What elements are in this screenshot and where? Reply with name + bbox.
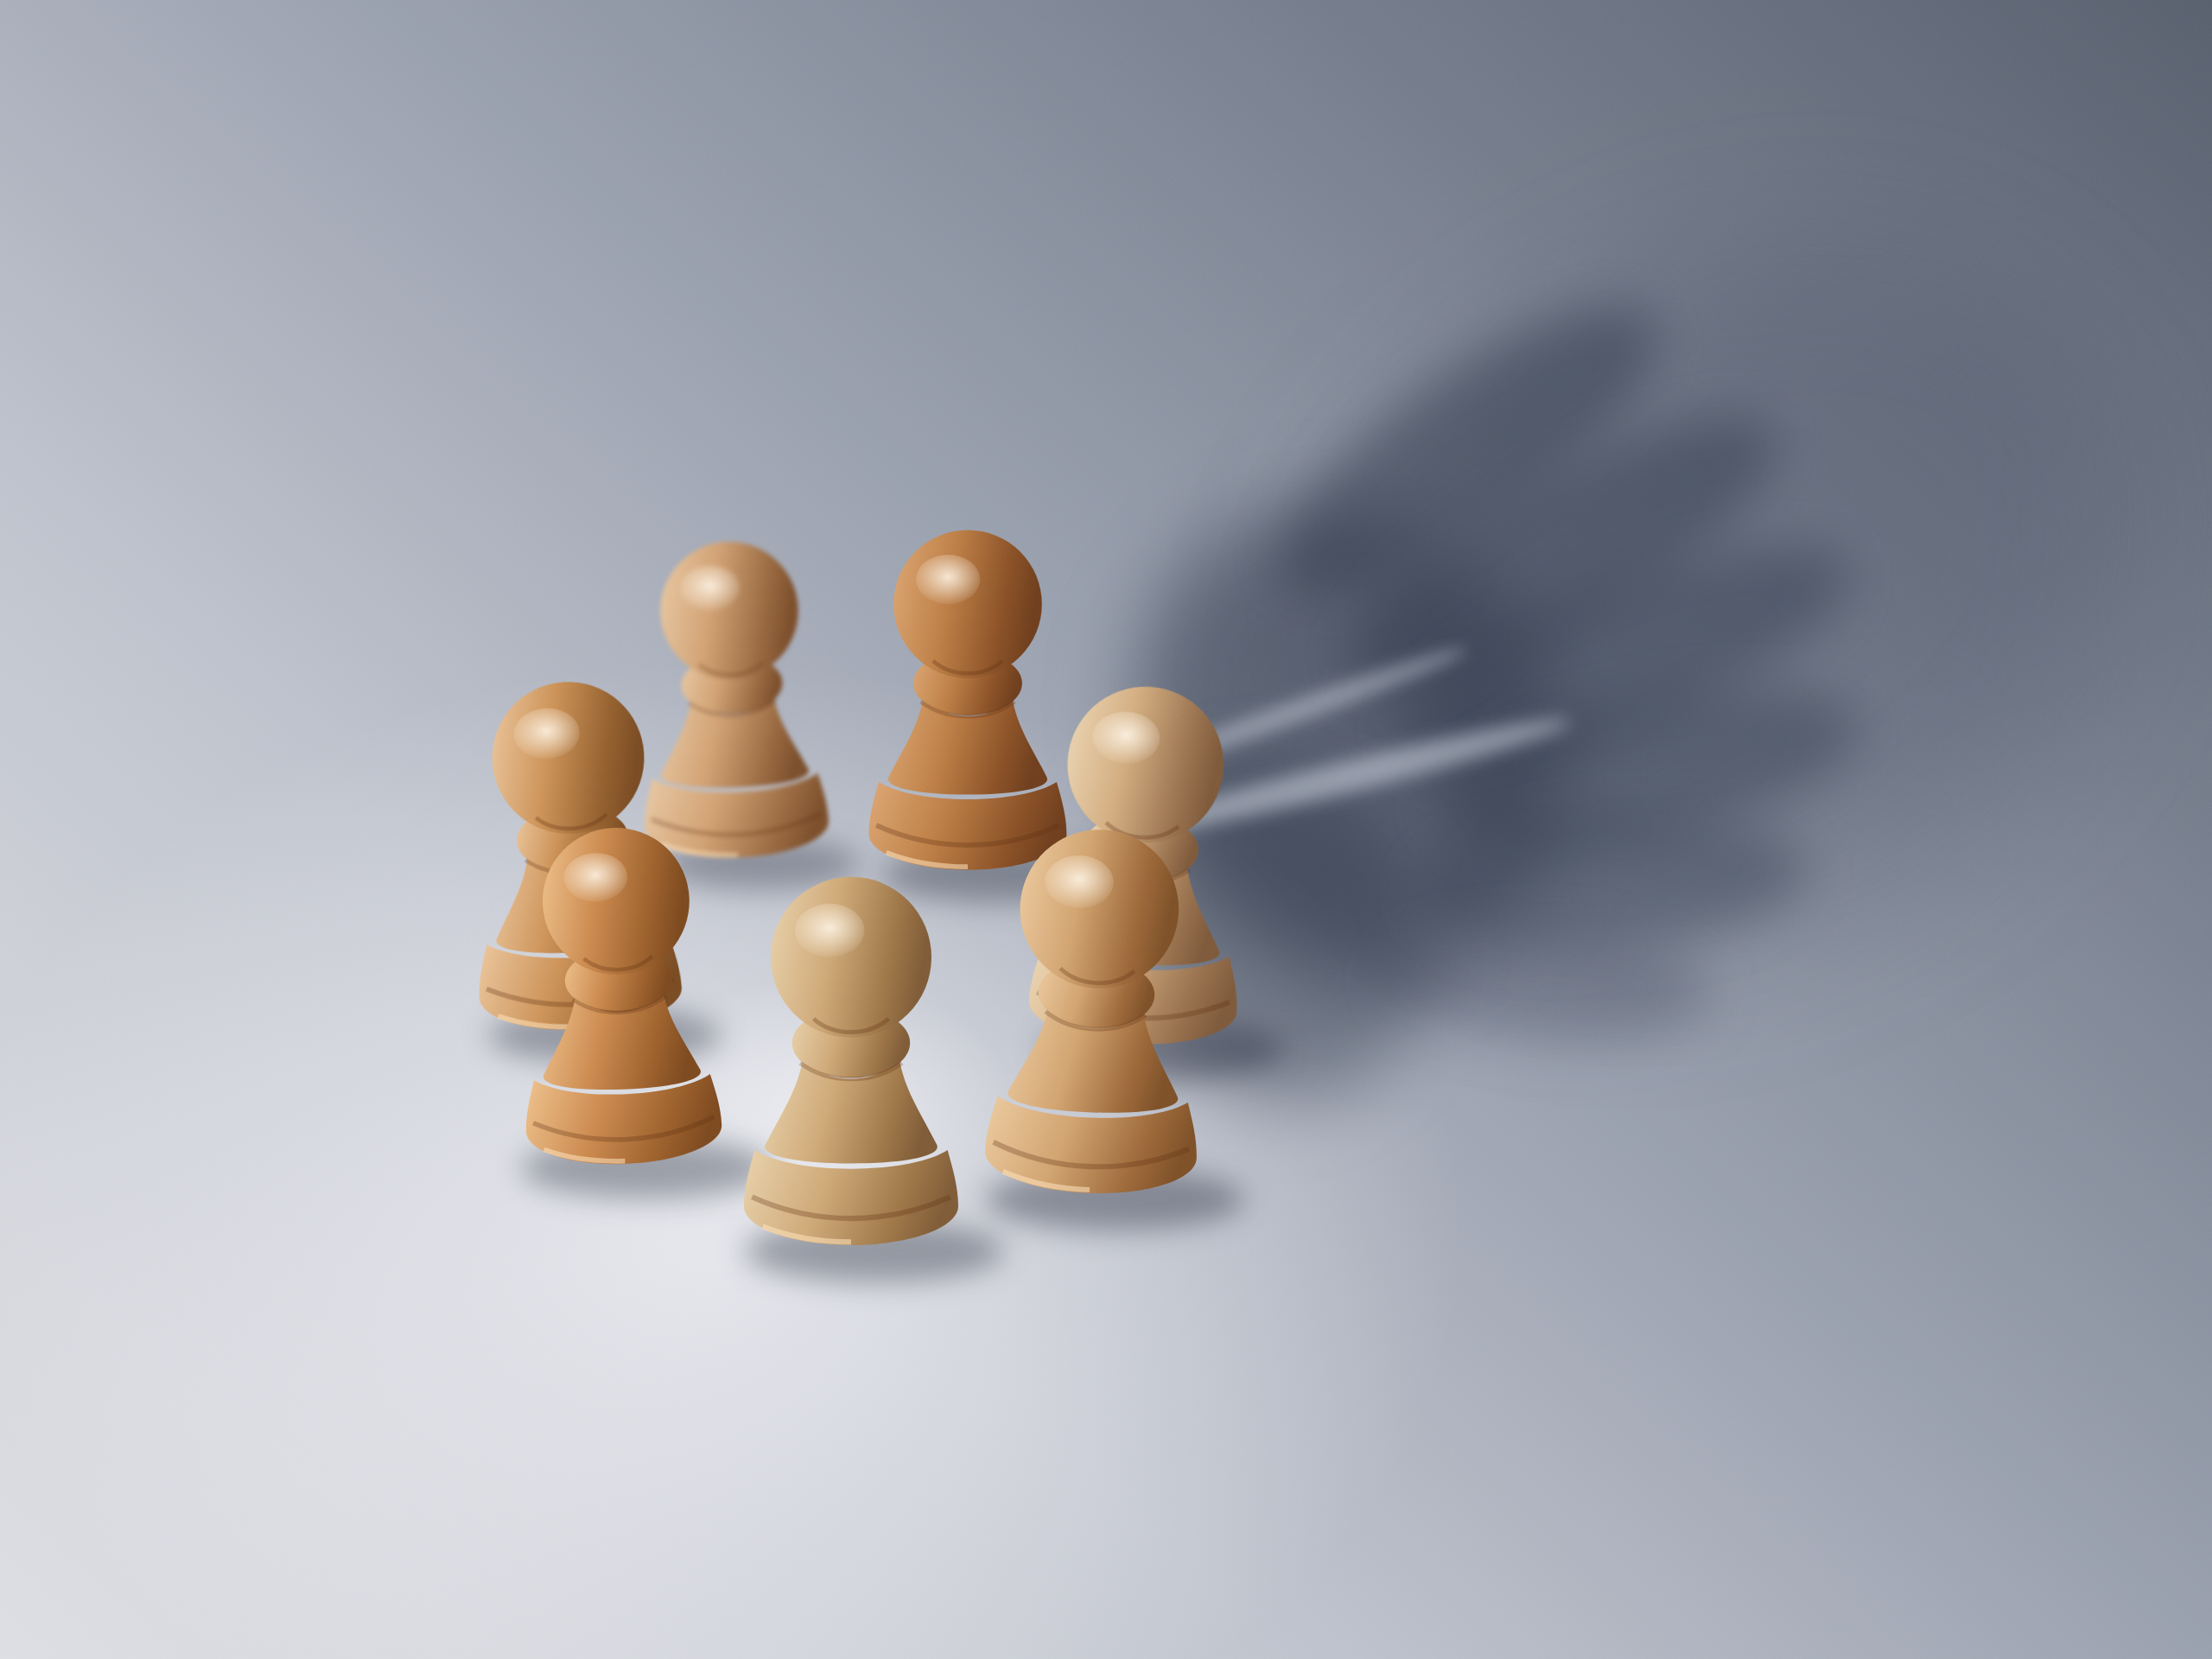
- pawn-front-center: [717, 855, 985, 1257]
- pawn-head: [1017, 827, 1181, 991]
- pawn-head-highlight: [795, 904, 865, 957]
- hand-shadow-finger-4: [1421, 657, 1872, 881]
- pawn-front-right: [957, 804, 1235, 1210]
- hand-shadow-penumbra: [1205, 115, 2212, 1077]
- hand-shadow-finger-1: [1243, 260, 1694, 639]
- pawn-front-left: [490, 804, 747, 1179]
- pawn-head: [771, 877, 931, 1038]
- hand-shadow-finger-2: [1318, 368, 1810, 737]
- pawn-head-highlight: [916, 555, 980, 604]
- hand-shadow-finger-3: [1373, 500, 1875, 814]
- hand-shadow-finger-5: [1413, 803, 1809, 959]
- photo-scene-chess-pawn-circle: [0, 0, 2212, 1659]
- pawn-head: [893, 530, 1042, 678]
- hand-shadow-finger-6: [1380, 920, 1713, 1050]
- pawn-head: [540, 825, 692, 977]
